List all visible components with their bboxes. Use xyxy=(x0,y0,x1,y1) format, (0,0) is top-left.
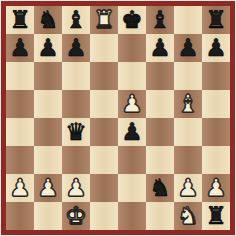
square-b4[interactable] xyxy=(34,118,62,146)
square-b5[interactable] xyxy=(34,90,62,118)
square-c6[interactable] xyxy=(62,62,90,90)
square-c5[interactable] xyxy=(62,90,90,118)
square-e5[interactable]: ♟ xyxy=(118,90,146,118)
square-h4[interactable] xyxy=(202,118,230,146)
square-d6[interactable] xyxy=(90,62,118,90)
square-a5[interactable] xyxy=(6,90,34,118)
square-e4[interactable]: ♟ xyxy=(118,118,146,146)
square-g3[interactable] xyxy=(174,146,202,174)
square-a7[interactable]: ♟ xyxy=(6,34,34,62)
square-c4[interactable]: ♛ xyxy=(62,118,90,146)
square-c1[interactable]: ♚ xyxy=(62,202,90,230)
square-d2[interactable] xyxy=(90,174,118,202)
white-rook-d8: ♜ xyxy=(93,6,115,34)
square-d4[interactable] xyxy=(90,118,118,146)
black-rook-h1: ♜ xyxy=(205,202,227,230)
square-e8[interactable]: ♚ xyxy=(118,6,146,34)
square-a6[interactable] xyxy=(6,62,34,90)
square-f4[interactable] xyxy=(146,118,174,146)
white-pawn-b2: ♟ xyxy=(37,174,59,202)
square-c2[interactable]: ♟ xyxy=(62,174,90,202)
square-b7[interactable]: ♟ xyxy=(34,34,62,62)
square-c3[interactable] xyxy=(62,146,90,174)
white-pawn-g2: ♟ xyxy=(177,174,199,202)
square-h5[interactable] xyxy=(202,90,230,118)
black-pawn-b7: ♟ xyxy=(37,34,59,62)
white-pawn-a2: ♟ xyxy=(9,174,31,202)
white-bishop-g5: ♝ xyxy=(177,90,199,118)
black-queen-c4: ♛ xyxy=(65,118,87,146)
square-f7[interactable]: ♟ xyxy=(146,34,174,62)
square-g8[interactable] xyxy=(174,6,202,34)
black-bishop-f8: ♝ xyxy=(149,6,171,34)
square-h7[interactable]: ♟ xyxy=(202,34,230,62)
black-pawn-f7: ♟ xyxy=(149,34,171,62)
white-pawn-h2: ♟ xyxy=(205,174,227,202)
square-a3[interactable] xyxy=(6,146,34,174)
chess-board: ♜♞♝♜♚♝♜♟♟♟♟♟♟♟♝♛♟♟♟♟♞♟♟♚♞♜ xyxy=(6,6,230,230)
board-outer-frame: ♜♞♝♜♚♝♜♟♟♟♟♟♟♟♝♛♟♟♟♟♞♟♟♚♞♜ xyxy=(0,0,236,236)
black-pawn-e4: ♟ xyxy=(121,118,143,146)
square-b8[interactable]: ♞ xyxy=(34,6,62,34)
white-king-c1: ♚ xyxy=(65,202,87,230)
square-d5[interactable] xyxy=(90,90,118,118)
square-h8[interactable]: ♜ xyxy=(202,6,230,34)
square-h6[interactable] xyxy=(202,62,230,90)
black-king-e8: ♚ xyxy=(121,6,143,34)
black-pawn-h7: ♟ xyxy=(205,34,227,62)
black-pawn-a7: ♟ xyxy=(9,34,31,62)
square-f1[interactable] xyxy=(146,202,174,230)
square-c7[interactable]: ♟ xyxy=(62,34,90,62)
square-g6[interactable] xyxy=(174,62,202,90)
square-e6[interactable] xyxy=(118,62,146,90)
square-b2[interactable]: ♟ xyxy=(34,174,62,202)
white-knight-g1: ♞ xyxy=(177,202,199,230)
square-g7[interactable]: ♟ xyxy=(174,34,202,62)
square-a2[interactable]: ♟ xyxy=(6,174,34,202)
square-e7[interactable] xyxy=(118,34,146,62)
square-g4[interactable] xyxy=(174,118,202,146)
square-f6[interactable] xyxy=(146,62,174,90)
board-border: ♜♞♝♜♚♝♜♟♟♟♟♟♟♟♝♛♟♟♟♟♞♟♟♚♞♜ xyxy=(1,1,235,235)
black-pawn-c7: ♟ xyxy=(65,34,87,62)
square-h1[interactable]: ♜ xyxy=(202,202,230,230)
black-rook-a8: ♜ xyxy=(9,6,31,34)
white-pawn-e5: ♟ xyxy=(121,90,143,118)
black-bishop-c8: ♝ xyxy=(65,6,87,34)
square-a8[interactable]: ♜ xyxy=(6,6,34,34)
square-e3[interactable] xyxy=(118,146,146,174)
square-d3[interactable] xyxy=(90,146,118,174)
square-e2[interactable] xyxy=(118,174,146,202)
black-knight-f2: ♞ xyxy=(149,174,171,202)
square-a1[interactable] xyxy=(6,202,34,230)
square-g5[interactable]: ♝ xyxy=(174,90,202,118)
square-b3[interactable] xyxy=(34,146,62,174)
black-knight-b8: ♞ xyxy=(37,6,59,34)
black-pawn-g7: ♟ xyxy=(177,34,199,62)
square-h3[interactable] xyxy=(202,146,230,174)
square-e1[interactable] xyxy=(118,202,146,230)
square-b1[interactable] xyxy=(34,202,62,230)
square-f3[interactable] xyxy=(146,146,174,174)
square-d1[interactable] xyxy=(90,202,118,230)
square-b6[interactable] xyxy=(34,62,62,90)
black-rook-h8: ♜ xyxy=(205,6,227,34)
square-d7[interactable] xyxy=(90,34,118,62)
square-a4[interactable] xyxy=(6,118,34,146)
square-f8[interactable]: ♝ xyxy=(146,6,174,34)
square-d8[interactable]: ♜ xyxy=(90,6,118,34)
square-h2[interactable]: ♟ xyxy=(202,174,230,202)
square-g1[interactable]: ♞ xyxy=(174,202,202,230)
square-f2[interactable]: ♞ xyxy=(146,174,174,202)
square-g2[interactable]: ♟ xyxy=(174,174,202,202)
square-c8[interactable]: ♝ xyxy=(62,6,90,34)
white-pawn-c2: ♟ xyxy=(65,174,87,202)
square-f5[interactable] xyxy=(146,90,174,118)
